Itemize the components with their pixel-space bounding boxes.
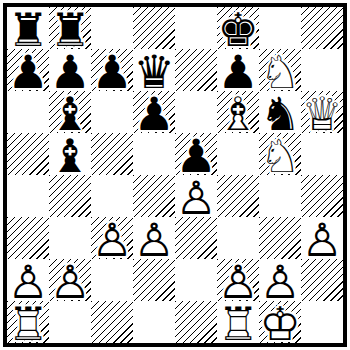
square-c7[interactable]: ♟♟ [91,49,133,91]
piece-white-pawn[interactable]: ♙ [49,259,90,305]
piece-white-queen[interactable]: ♕ [301,91,342,137]
square-a1[interactable]: ♜♖ [7,301,49,343]
square-h4[interactable] [301,175,343,217]
square-h6[interactable]: ♛♕ [301,91,343,133]
square-h1[interactable] [301,301,343,343]
square-a6[interactable] [7,91,49,133]
square-e2[interactable] [175,259,217,301]
square-f4[interactable] [217,175,259,217]
square-g8[interactable] [259,7,301,49]
square-a2[interactable]: ♟♙ [7,259,49,301]
square-g2[interactable]: ♟♙ [259,259,301,301]
square-e8[interactable] [175,7,217,49]
square-h3[interactable]: ♟♙ [301,217,343,259]
square-h8[interactable] [301,7,343,49]
square-g4[interactable] [259,175,301,217]
piece-black-pawn[interactable]: ♟ [91,49,132,95]
square-d5[interactable] [133,133,175,175]
piece-white-pawn[interactable]: ♙ [175,175,216,221]
square-a3[interactable] [7,217,49,259]
square-f3[interactable] [217,217,259,259]
square-g5[interactable]: ♞♘ [259,133,301,175]
square-b5[interactable]: ♝♝ [49,133,91,175]
piece-black-bishop[interactable]: ♝ [49,133,90,179]
square-g6[interactable]: ♞♞ [259,91,301,133]
square-d6[interactable]: ♟♟ [133,91,175,133]
square-e1[interactable] [175,301,217,343]
square-g1[interactable]: ♚♔ [259,301,301,343]
square-h7[interactable] [301,49,343,91]
diagram-frame: ♜♜♜♜♚♚♟♟♟♟♟♟♛♛♟♟♞♘♝♝♟♟♝♗♞♞♛♕♝♝♟♟♞♘♟♙♟♙♟♙… [3,3,347,347]
piece-black-pawn[interactable]: ♟ [7,49,48,95]
square-d8[interactable] [133,7,175,49]
square-d4[interactable] [133,175,175,217]
square-e5[interactable]: ♟♟ [175,133,217,175]
square-f2[interactable]: ♟♙ [217,259,259,301]
square-d2[interactable] [133,259,175,301]
piece-white-rook[interactable]: ♖ [7,301,48,347]
piece-black-pawn[interactable]: ♟ [133,91,174,137]
square-c5[interactable] [91,133,133,175]
square-b8[interactable]: ♜♜ [49,7,91,49]
piece-white-knight[interactable]: ♘ [259,133,300,179]
square-f6[interactable]: ♝♗ [217,91,259,133]
square-d1[interactable] [133,301,175,343]
square-a7[interactable]: ♟♟ [7,49,49,91]
square-g3[interactable] [259,217,301,259]
square-c8[interactable] [91,7,133,49]
square-f5[interactable] [217,133,259,175]
square-c3[interactable]: ♟♙ [91,217,133,259]
square-a5[interactable] [7,133,49,175]
square-e4[interactable]: ♟♙ [175,175,217,217]
square-d3[interactable]: ♟♙ [133,217,175,259]
square-b7[interactable]: ♟♟ [49,49,91,91]
square-f8[interactable]: ♚♚ [217,7,259,49]
square-g7[interactable]: ♞♘ [259,49,301,91]
square-b2[interactable]: ♟♙ [49,259,91,301]
square-e3[interactable] [175,217,217,259]
square-e6[interactable] [175,91,217,133]
square-f7[interactable]: ♟♟ [217,49,259,91]
square-f1[interactable]: ♜♖ [217,301,259,343]
piece-white-pawn[interactable]: ♙ [301,217,342,263]
piece-white-pawn[interactable]: ♙ [133,217,174,263]
square-e7[interactable] [175,49,217,91]
square-b1[interactable] [49,301,91,343]
square-b6[interactable]: ♝♝ [49,91,91,133]
square-c4[interactable] [91,175,133,217]
square-c2[interactable] [91,259,133,301]
square-b4[interactable] [49,175,91,217]
chess-board: ♜♜♜♜♚♚♟♟♟♟♟♟♛♛♟♟♞♘♝♝♟♟♝♗♞♞♛♕♝♝♟♟♞♘♟♙♟♙♟♙… [7,7,343,343]
square-c6[interactable] [91,91,133,133]
square-d7[interactable]: ♛♛ [133,49,175,91]
square-h2[interactable] [301,259,343,301]
square-a4[interactable] [7,175,49,217]
piece-white-pawn[interactable]: ♙ [91,217,132,263]
piece-white-rook[interactable]: ♖ [217,301,258,347]
piece-white-bishop[interactable]: ♗ [217,91,258,137]
square-b3[interactable] [49,217,91,259]
square-a8[interactable]: ♜♜ [7,7,49,49]
square-c1[interactable] [91,301,133,343]
piece-white-king[interactable]: ♔ [259,301,300,347]
square-h5[interactable] [301,133,343,175]
